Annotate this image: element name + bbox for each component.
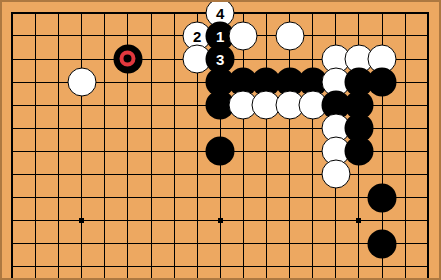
stone-black: [367, 183, 396, 212]
intersection: [278, 24, 301, 47]
move-number: 4: [216, 5, 224, 20]
stone-white: [67, 68, 96, 97]
stone-black: [113, 44, 142, 73]
board-frame-top: [0, 0, 441, 2]
intersection: [324, 163, 347, 186]
intersection: [370, 232, 393, 255]
board-frame-left: [0, 0, 2, 280]
circle-marker: [120, 51, 136, 67]
stone-white: [229, 21, 258, 50]
stone-white: [321, 160, 350, 189]
stone-black: [344, 137, 373, 166]
move-number: 3: [216, 51, 224, 66]
intersection: [209, 140, 232, 163]
intersection: [116, 47, 139, 70]
intersection: [370, 71, 393, 94]
intersection: [370, 186, 393, 209]
stone-black: [367, 68, 396, 97]
go-board: 4213: [1, 1, 440, 278]
stone-black: [206, 137, 235, 166]
intersection: [347, 140, 370, 163]
stone-white: [275, 21, 304, 50]
stone-black: [367, 229, 396, 258]
move-number: 2: [193, 28, 201, 43]
intersection: [70, 71, 93, 94]
go-diagram: 4213: [0, 0, 441, 280]
move-number: 1: [216, 28, 224, 43]
intersection: [232, 24, 255, 47]
